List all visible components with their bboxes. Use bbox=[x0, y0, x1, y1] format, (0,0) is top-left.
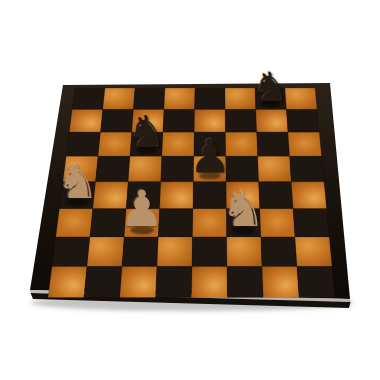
square-g7 bbox=[256, 109, 288, 132]
shadow-white-pawn-c3 bbox=[130, 226, 154, 234]
square-h5 bbox=[290, 156, 324, 182]
square-a1 bbox=[48, 267, 87, 298]
square-d7 bbox=[163, 109, 195, 132]
square-b4 bbox=[93, 182, 128, 209]
square-h7 bbox=[286, 109, 319, 132]
shadow-white-knight-f3 bbox=[232, 226, 256, 234]
chess-set-product-photo: ♞♞♟♞♟♞ bbox=[0, 0, 380, 380]
square-e2 bbox=[192, 237, 227, 267]
square-e1 bbox=[192, 267, 228, 298]
square-d6 bbox=[162, 132, 194, 156]
square-b1 bbox=[84, 267, 122, 298]
board-squares bbox=[48, 88, 335, 298]
square-a6 bbox=[66, 132, 100, 156]
square-c1 bbox=[120, 267, 157, 298]
square-g1 bbox=[262, 267, 299, 298]
square-g6 bbox=[257, 132, 290, 156]
square-a8 bbox=[72, 88, 105, 109]
chess-board bbox=[0, 0, 380, 380]
square-h1 bbox=[297, 267, 335, 298]
square-a7 bbox=[69, 109, 103, 132]
square-a5 bbox=[63, 156, 98, 182]
square-b7 bbox=[101, 109, 134, 132]
shadow-black-knight-g8 bbox=[261, 101, 281, 107]
square-f2 bbox=[227, 237, 262, 267]
square-a3 bbox=[56, 209, 93, 237]
square-a2 bbox=[52, 237, 90, 267]
square-e8 bbox=[195, 88, 226, 109]
square-c7 bbox=[132, 109, 164, 132]
square-h4 bbox=[291, 182, 326, 209]
square-d2 bbox=[157, 237, 193, 267]
square-c4 bbox=[126, 182, 161, 209]
shadow-black-knight-c6 bbox=[136, 147, 157, 154]
square-b3 bbox=[90, 209, 126, 237]
square-g2 bbox=[261, 237, 297, 267]
square-g3 bbox=[260, 209, 295, 237]
square-e3 bbox=[193, 209, 227, 237]
shadow-white-knight-a4 bbox=[66, 198, 89, 206]
square-c5 bbox=[128, 156, 162, 182]
square-h3 bbox=[293, 209, 329, 237]
square-g4 bbox=[259, 182, 293, 209]
square-b2 bbox=[87, 237, 124, 267]
square-h2 bbox=[295, 237, 332, 267]
square-b6 bbox=[98, 132, 132, 156]
square-d5 bbox=[161, 156, 194, 182]
square-f8 bbox=[225, 88, 256, 109]
square-d1 bbox=[156, 267, 192, 298]
square-c8 bbox=[133, 88, 165, 109]
shadow-black-pawn-e5 bbox=[199, 172, 221, 180]
square-b8 bbox=[103, 88, 135, 109]
square-c2 bbox=[122, 237, 158, 267]
square-g5 bbox=[258, 156, 292, 182]
square-d3 bbox=[158, 209, 193, 237]
square-e6 bbox=[194, 132, 226, 156]
square-f6 bbox=[226, 132, 258, 156]
square-e4 bbox=[193, 182, 226, 209]
square-f1 bbox=[227, 267, 263, 298]
square-f5 bbox=[226, 156, 259, 182]
square-d8 bbox=[164, 88, 195, 109]
square-h6 bbox=[288, 132, 322, 156]
square-f4 bbox=[226, 182, 260, 209]
square-d4 bbox=[160, 182, 194, 209]
square-h8 bbox=[285, 88, 317, 109]
square-e7 bbox=[194, 109, 225, 132]
square-f7 bbox=[225, 109, 257, 132]
square-b5 bbox=[96, 156, 131, 182]
